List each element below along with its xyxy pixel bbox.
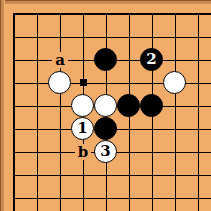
grid-line-vertical xyxy=(37,13,38,211)
point-label-a: a xyxy=(52,52,68,68)
grid-line-vertical xyxy=(60,13,61,211)
black-stone xyxy=(94,117,117,140)
board-frame-left-edge xyxy=(0,0,5,211)
move-number: 3 xyxy=(100,144,110,159)
grid-line-horizontal xyxy=(13,37,211,38)
white-stone xyxy=(48,71,71,94)
black-stone xyxy=(117,94,140,117)
black-stone xyxy=(140,94,163,117)
black-stone xyxy=(94,48,117,71)
hoshi-point xyxy=(80,79,87,86)
white-stone xyxy=(163,71,186,94)
white-stone xyxy=(71,94,94,117)
grid-line-vertical xyxy=(13,13,15,211)
white-stone xyxy=(94,94,117,117)
white-stone-move-3: 3 xyxy=(94,140,117,163)
go-board-diagram: ab213 xyxy=(0,0,211,211)
board-frame-top-edge xyxy=(0,0,211,5)
grid-line-horizontal xyxy=(13,13,211,15)
grid-line-vertical xyxy=(198,13,199,211)
move-number: 2 xyxy=(146,52,156,67)
grid-line-horizontal xyxy=(13,175,211,176)
white-stone-move-1: 1 xyxy=(71,117,94,140)
black-stone-move-2: 2 xyxy=(140,48,163,71)
grid-line-horizontal xyxy=(13,198,211,199)
move-number: 1 xyxy=(77,121,87,136)
point-label-b: b xyxy=(75,144,91,160)
grid-line-vertical xyxy=(175,13,176,211)
